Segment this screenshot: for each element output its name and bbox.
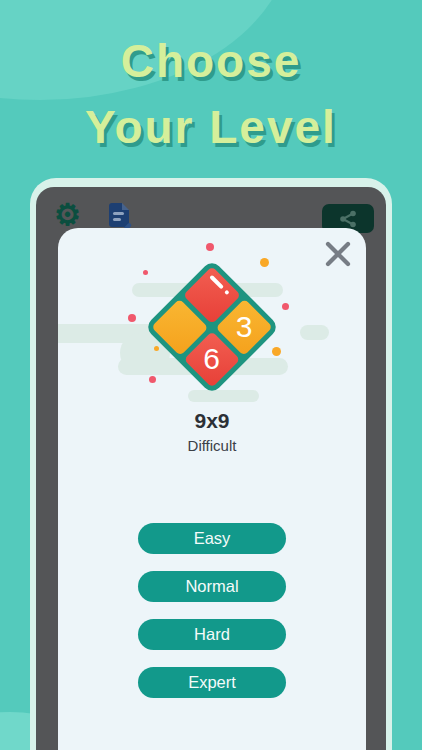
confetti-dot	[128, 314, 136, 322]
logo-number: 3	[236, 312, 253, 342]
logo-number: 6	[204, 344, 221, 374]
document-line	[113, 218, 121, 221]
news-document-icon[interactable]	[109, 203, 129, 227]
phone-screen: ⚙	[36, 187, 386, 750]
logo-figure: 3 6	[58, 228, 366, 408]
confetti-dot	[154, 346, 159, 351]
page-title-line2: Your Level	[0, 94, 422, 160]
page-title: Choose Your Level	[0, 28, 422, 160]
normal-button[interactable]: Normal	[138, 571, 286, 602]
confetti-dot	[282, 303, 289, 310]
difficulty-label: Difficult	[58, 436, 366, 456]
confetti-dot	[149, 376, 156, 383]
page-title-line1: Choose	[0, 28, 422, 94]
cloud-shape	[300, 325, 329, 340]
share-icon	[338, 210, 358, 228]
easy-button[interactable]: Easy	[138, 523, 286, 554]
level-buttons: Easy Normal Hard Expert	[58, 523, 366, 698]
grid-size-label: 9x9	[58, 408, 366, 434]
confetti-dot	[143, 270, 148, 275]
confetti-dot	[260, 258, 269, 267]
confetti-dot	[206, 243, 214, 251]
cloud-shape	[188, 390, 259, 402]
shine-highlight	[209, 275, 224, 290]
hard-button[interactable]: Hard	[138, 619, 286, 650]
expert-button[interactable]: Expert	[138, 667, 286, 698]
document-line	[113, 212, 124, 215]
app-screenshot: Choose Your Level ⚙	[0, 0, 422, 750]
level-dialog: 3 6 9x9 Difficult Easy Normal Hard Exper…	[58, 228, 366, 750]
confetti-dot	[272, 347, 281, 356]
phone-mockup: ⚙	[30, 178, 392, 750]
document-fold	[122, 203, 129, 210]
shine-highlight	[224, 290, 230, 296]
